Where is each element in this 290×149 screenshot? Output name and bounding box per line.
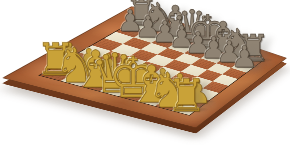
chess-board	[2, 6, 287, 128]
product-photo-scene: ♜♞♝♛♚♝♞♜♟♟♟♟♟♟♟♟♟♟♟♟♟♟♟♟♜♞♝♛♚♝♞♜	[0, 0, 290, 149]
